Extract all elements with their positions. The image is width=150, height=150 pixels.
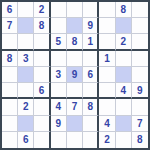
sudoku-cell-r8c8[interactable] [116,116,132,132]
sudoku-cell-r9c3[interactable] [34,132,50,148]
sudoku-cell-r8c2[interactable] [18,116,34,132]
sudoku-cell-r7c3[interactable] [34,99,50,115]
sudoku-cell-r6c1[interactable] [2,83,18,99]
sudoku-cell-r2c4[interactable] [51,18,67,34]
sudoku-cell-r5c5[interactable]: 9 [67,67,83,83]
sudoku-cell-r1c4[interactable] [51,2,67,18]
sudoku-cell-r8c9[interactable]: 7 [132,116,148,132]
sudoku-cell-r8c3[interactable] [34,116,50,132]
sudoku-cell-r1c6[interactable] [83,2,99,18]
sudoku-board: 62878958128313966492478947628 [0,0,150,150]
sudoku-cell-r1c2[interactable] [18,2,34,18]
sudoku-cell-r7c5[interactable]: 7 [67,99,83,115]
sudoku-cell-r3c4[interactable]: 5 [51,34,67,50]
sudoku-cell-r9c9[interactable]: 8 [132,132,148,148]
sudoku-cell-r1c9[interactable] [132,2,148,18]
sudoku-cell-r7c9[interactable] [132,99,148,115]
sudoku-cell-r2c1[interactable]: 7 [2,18,18,34]
sudoku-cell-r3c3[interactable] [34,34,50,50]
sudoku-cell-r7c2[interactable]: 2 [18,99,34,115]
sudoku-cell-r6c5[interactable] [67,83,83,99]
sudoku-cell-r3c7[interactable] [99,34,115,50]
sudoku-cell-r2c3[interactable]: 8 [34,18,50,34]
sudoku-cell-r2c5[interactable] [67,18,83,34]
sudoku-cell-r4c3[interactable] [34,51,50,67]
sudoku-cell-r3c6[interactable]: 1 [83,34,99,50]
sudoku-cell-r3c5[interactable]: 8 [67,34,83,50]
sudoku-cell-r7c6[interactable]: 8 [83,99,99,115]
sudoku-cell-r6c9[interactable]: 9 [132,83,148,99]
sudoku-cell-r4c7[interactable]: 1 [99,51,115,67]
sudoku-cell-r2c2[interactable] [18,18,34,34]
sudoku-cell-r2c8[interactable] [116,18,132,34]
sudoku-cell-r5c8[interactable] [116,67,132,83]
sudoku-cell-r3c9[interactable] [132,34,148,50]
sudoku-cell-r6c6[interactable] [83,83,99,99]
sudoku-cell-r8c6[interactable] [83,116,99,132]
sudoku-cell-r8c4[interactable]: 9 [51,116,67,132]
sudoku-cell-r9c4[interactable] [51,132,67,148]
sudoku-cell-r2c7[interactable] [99,18,115,34]
sudoku-cell-r6c8[interactable]: 4 [116,83,132,99]
sudoku-cell-r4c5[interactable] [67,51,83,67]
sudoku-cell-r6c7[interactable] [99,83,115,99]
sudoku-cell-r9c7[interactable]: 2 [99,132,115,148]
sudoku-cell-r5c9[interactable] [132,67,148,83]
sudoku-cell-r9c5[interactable] [67,132,83,148]
sudoku-cell-r3c1[interactable] [2,34,18,50]
sudoku-cell-r6c4[interactable] [51,83,67,99]
sudoku-cell-r5c1[interactable] [2,67,18,83]
sudoku-cell-r7c1[interactable] [2,99,18,115]
sudoku-cell-r1c1[interactable]: 6 [2,2,18,18]
sudoku-cell-r8c7[interactable]: 4 [99,116,115,132]
sudoku-cell-r2c9[interactable] [132,18,148,34]
sudoku-cell-r9c8[interactable] [116,132,132,148]
sudoku-cell-r4c9[interactable] [132,51,148,67]
sudoku-cell-r4c4[interactable] [51,51,67,67]
sudoku-cell-r6c2[interactable] [18,83,34,99]
sudoku-cell-r4c8[interactable] [116,51,132,67]
sudoku-cell-r5c7[interactable] [99,67,115,83]
sudoku-cell-r9c2[interactable]: 6 [18,132,34,148]
sudoku-cell-r1c8[interactable]: 8 [116,2,132,18]
sudoku-cell-r4c2[interactable]: 3 [18,51,34,67]
sudoku-cell-r3c8[interactable]: 2 [116,34,132,50]
sudoku-cell-r1c3[interactable]: 2 [34,2,50,18]
sudoku-cell-r8c1[interactable] [2,116,18,132]
sudoku-cell-r5c6[interactable]: 6 [83,67,99,83]
sudoku-cell-r8c5[interactable] [67,116,83,132]
sudoku-cell-r5c3[interactable] [34,67,50,83]
sudoku-cell-r9c1[interactable] [2,132,18,148]
sudoku-cell-r4c6[interactable] [83,51,99,67]
sudoku-cell-r4c1[interactable]: 8 [2,51,18,67]
sudoku-cell-r6c3[interactable]: 6 [34,83,50,99]
sudoku-cell-r5c4[interactable]: 3 [51,67,67,83]
sudoku-cell-r3c2[interactable] [18,34,34,50]
sudoku-cell-r7c7[interactable] [99,99,115,115]
sudoku-cell-r7c8[interactable] [116,99,132,115]
sudoku-cell-r1c5[interactable] [67,2,83,18]
sudoku-cell-r9c6[interactable] [83,132,99,148]
sudoku-cell-r7c4[interactable]: 4 [51,99,67,115]
sudoku-cell-r2c6[interactable]: 9 [83,18,99,34]
sudoku-cell-r1c7[interactable] [99,2,115,18]
sudoku-cell-r5c2[interactable] [18,67,34,83]
